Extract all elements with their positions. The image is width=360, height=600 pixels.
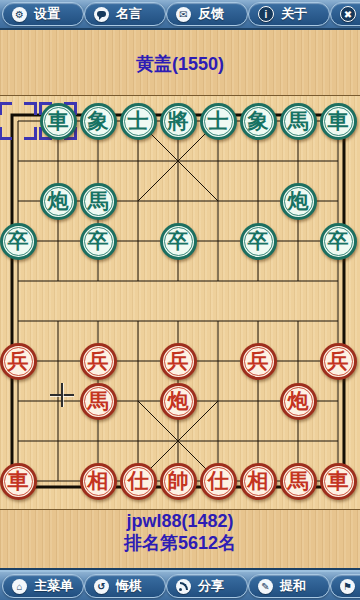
piece-glyph: 相 — [248, 467, 269, 495]
piece-black-chariot[interactable]: 車 — [320, 103, 357, 140]
piece-black-soldier[interactable]: 卒 — [240, 223, 277, 260]
piece-glyph: 卒 — [328, 227, 349, 255]
piece-glyph: 相 — [88, 467, 109, 495]
xiangqi-app: { "game": "xiangqi", "position": { "fen"… — [0, 0, 360, 600]
settings-button-label: 设置 — [34, 5, 60, 23]
offer-draw-button[interactable]: ✎提和 — [248, 574, 330, 598]
piece-red-cannon[interactable]: 炮 — [160, 383, 197, 420]
piece-red-advisor[interactable]: 仕 — [120, 463, 157, 500]
piece-glyph: 卒 — [248, 227, 269, 255]
opponent-name: 黄盖(1550) — [0, 52, 360, 76]
piece-red-soldier[interactable]: 兵 — [160, 343, 197, 380]
piece-glyph: 炮 — [288, 387, 309, 415]
self-name: jpwl88(1482) — [0, 511, 360, 532]
top-toolbar: ⚙设置名言✉反馈i关于✖退出 — [0, 0, 360, 30]
crosshair-cursor — [50, 383, 74, 407]
undo-icon: ↺ — [94, 579, 109, 594]
settings-button[interactable]: ⚙设置 — [2, 2, 84, 26]
piece-black-soldier[interactable]: 卒 — [0, 223, 37, 260]
main-menu-button-label: 主菜单 — [34, 577, 73, 595]
self-rank: 排名第5612名 — [0, 531, 360, 555]
piece-red-soldier[interactable]: 兵 — [240, 343, 277, 380]
piece-glyph: 兵 — [88, 347, 109, 375]
exit-button[interactable]: ✖退出 — [330, 2, 360, 26]
piece-red-soldier[interactable]: 兵 — [320, 343, 357, 380]
piece-glyph: 炮 — [288, 187, 309, 215]
piece-black-elephant[interactable]: 象 — [80, 103, 117, 140]
piece-black-soldier[interactable]: 卒 — [320, 223, 357, 260]
piece-black-soldier[interactable]: 卒 — [80, 223, 117, 260]
piece-glyph: 馬 — [288, 467, 309, 495]
piece-glyph: 炮 — [168, 387, 189, 415]
piece-glyph: 車 — [328, 467, 349, 495]
about-button-label: 关于 — [281, 5, 307, 23]
piece-glyph: 卒 — [88, 227, 109, 255]
piece-red-chariot[interactable]: 車 — [320, 463, 357, 500]
piece-glyph: 帥 — [168, 467, 189, 495]
piece-glyph: 兵 — [168, 347, 189, 375]
last-move-from-marker — [0, 102, 37, 140]
piece-glyph: 卒 — [168, 227, 189, 255]
piece-glyph: 仕 — [208, 467, 229, 495]
pencil-icon: ✎ — [258, 579, 273, 594]
piece-glyph: 兵 — [8, 347, 29, 375]
piece-red-elephant[interactable]: 相 — [240, 463, 277, 500]
piece-black-advisor[interactable]: 士 — [200, 103, 237, 140]
piece-glyph: 將 — [168, 107, 189, 135]
piece-red-general[interactable]: 帥 — [160, 463, 197, 500]
feedback-button[interactable]: ✉反馈 — [166, 2, 248, 26]
undo-move-button-label: 悔棋 — [116, 577, 142, 595]
piece-black-elephant[interactable]: 象 — [240, 103, 277, 140]
share-icon — [176, 579, 191, 594]
gear-icon: ⚙ — [12, 7, 27, 22]
piece-glyph: 炮 — [48, 187, 69, 215]
piece-red-soldier[interactable]: 兵 — [0, 343, 37, 380]
home-icon: ⌂ — [12, 579, 27, 594]
piece-black-horse[interactable]: 馬 — [80, 183, 117, 220]
piece-glyph: 車 — [328, 107, 349, 135]
piece-red-horse[interactable]: 馬 — [80, 383, 117, 420]
piece-glyph: 士 — [128, 107, 149, 135]
close-icon: ✖ — [340, 6, 356, 22]
piece-red-horse[interactable]: 馬 — [280, 463, 317, 500]
piece-black-chariot[interactable]: 車 — [40, 103, 77, 140]
bottom-toolbar: ⌂主菜单↺悔棋分享✎提和⚑认输 — [0, 570, 360, 600]
info-icon: i — [258, 6, 274, 22]
piece-glyph: 馬 — [288, 107, 309, 135]
piece-glyph: 馬 — [88, 387, 109, 415]
piece-glyph: 車 — [8, 467, 29, 495]
envelope-icon: ✉ — [176, 7, 191, 22]
piece-black-cannon[interactable]: 炮 — [40, 183, 77, 220]
piece-glyph: 象 — [248, 107, 269, 135]
share-button[interactable]: 分享 — [166, 574, 248, 598]
piece-black-horse[interactable]: 馬 — [280, 103, 317, 140]
piece-glyph: 士 — [208, 107, 229, 135]
quotes-button[interactable]: 名言 — [84, 2, 166, 26]
piece-glyph: 仕 — [128, 467, 149, 495]
offer-draw-button-label: 提和 — [280, 577, 306, 595]
piece-red-advisor[interactable]: 仕 — [200, 463, 237, 500]
share-button-label: 分享 — [198, 577, 224, 595]
main-menu-button[interactable]: ⌂主菜单 — [2, 574, 84, 598]
piece-glyph: 車 — [48, 107, 69, 135]
piece-black-cannon[interactable]: 炮 — [280, 183, 317, 220]
board-grid: 車象士將士象馬車炮馬炮卒卒卒卒卒兵兵兵兵兵馬炮炮車相仕帥仕相馬車 — [0, 101, 358, 501]
piece-glyph: 馬 — [88, 187, 109, 215]
about-button[interactable]: i关于 — [248, 2, 330, 26]
piece-red-elephant[interactable]: 相 — [80, 463, 117, 500]
quotes-button-label: 名言 — [116, 5, 142, 23]
resign-button[interactable]: ⚑认输 — [330, 574, 360, 598]
piece-glyph: 卒 — [8, 227, 29, 255]
piece-black-advisor[interactable]: 士 — [120, 103, 157, 140]
piece-black-general[interactable]: 將 — [160, 103, 197, 140]
piece-red-chariot[interactable]: 車 — [0, 463, 37, 500]
flag-icon: ⚑ — [340, 579, 355, 594]
piece-glyph: 兵 — [328, 347, 349, 375]
speech-bubble-icon — [94, 7, 109, 22]
xiangqi-board[interactable]: 車象士將士象馬車炮馬炮卒卒卒卒卒兵兵兵兵兵馬炮炮車相仕帥仕相馬車 — [0, 95, 360, 510]
piece-red-cannon[interactable]: 炮 — [280, 383, 317, 420]
feedback-button-label: 反馈 — [198, 5, 224, 23]
piece-black-soldier[interactable]: 卒 — [160, 223, 197, 260]
undo-move-button[interactable]: ↺悔棋 — [84, 574, 166, 598]
piece-red-soldier[interactable]: 兵 — [80, 343, 117, 380]
piece-glyph: 象 — [88, 107, 109, 135]
piece-glyph: 兵 — [248, 347, 269, 375]
